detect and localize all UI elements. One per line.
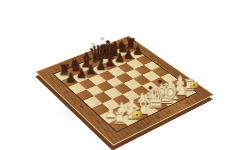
rank-label-left-4: 4 [78,104,85,109]
piece-white-rook-a1: ♜ [112,111,126,128]
file-label-bottom-c: c [144,119,151,124]
piece-black-pawn-a7: ♟ [64,71,77,84]
rank-label-left-1: 1 [103,127,111,133]
finial-tip-icon [149,86,152,89]
finial-tip-icon [159,80,162,83]
rank-label-left-2: 2 [94,119,101,124]
product-photo: aa88bb77cc66dd55ee44ff33gg22hh11♜♞♝♛♚♝♞♜… [0,0,240,150]
file-label-bottom-b: b [133,124,141,129]
finial-tip-icon [101,37,104,40]
finial-tip-icon [91,42,94,45]
rank-label-left-3: 3 [86,112,93,117]
rank-label-left-6: 6 [63,90,70,95]
chess-board: aa88bb77cc66dd55ee44ff33gg22hh11♜♞♝♛♚♝♞♜… [35,36,214,146]
file-label-bottom-a: a [123,130,131,135]
file-label-bottom-d: d [154,114,162,119]
brass-clasp-side-icon [190,82,198,88]
file-label-bottom-g: g [183,100,191,105]
chess-set-scene[interactable]: aa88bb77cc66dd55ee44ff33gg22hh11♜♞♝♛♚♝♞♜… [0,0,240,150]
rank-label-left-8: 8 [49,77,55,81]
brass-latch-front-icon [132,111,142,118]
rank-label-left-5: 5 [70,97,77,102]
file-label-bottom-h: h [192,95,200,100]
rank-label-left-7: 7 [56,84,63,88]
